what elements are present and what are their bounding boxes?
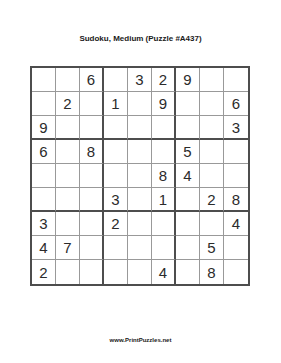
sudoku-cell-r9c6: 4 xyxy=(152,260,176,284)
sudoku-cell-r1c4 xyxy=(104,68,128,92)
sudoku-cell-r9c3 xyxy=(80,260,104,284)
sudoku-cell-r8c2: 7 xyxy=(56,236,80,260)
sudoku-cell-r9c4 xyxy=(104,260,128,284)
sudoku-cell-r4c7: 5 xyxy=(176,140,200,164)
sudoku-cell-r9c7 xyxy=(176,260,200,284)
sudoku-cell-r9c8: 8 xyxy=(200,260,224,284)
sudoku-cell-r2c1 xyxy=(32,92,56,116)
sudoku-cell-r7c8 xyxy=(200,212,224,236)
sudoku-cell-r9c9 xyxy=(224,260,248,284)
sudoku-cell-r2c6: 9 xyxy=(152,92,176,116)
sudoku-cell-r7c5 xyxy=(128,212,152,236)
sudoku-cell-r5c2 xyxy=(56,164,80,188)
sudoku-cell-r3c1: 9 xyxy=(32,116,56,140)
sudoku-cell-r8c6 xyxy=(152,236,176,260)
sudoku-cell-r3c2 xyxy=(56,116,80,140)
sudoku-cell-r6c9: 8 xyxy=(224,188,248,212)
sudoku-cell-r7c7 xyxy=(176,212,200,236)
sudoku-cell-r2c4: 1 xyxy=(104,92,128,116)
sudoku-cell-r1c8 xyxy=(200,68,224,92)
sudoku-cell-r4c9 xyxy=(224,140,248,164)
sudoku-cell-r1c7: 9 xyxy=(176,68,200,92)
sudoku-cell-r5c3 xyxy=(80,164,104,188)
sudoku-cell-r1c2 xyxy=(56,68,80,92)
sudoku-cell-r8c8: 5 xyxy=(200,236,224,260)
footer-url: www.PrintPuzzles.net xyxy=(0,337,281,343)
sudoku-cell-r7c3 xyxy=(80,212,104,236)
sudoku-cell-r9c5 xyxy=(128,260,152,284)
sudoku-cell-r3c4 xyxy=(104,116,128,140)
sudoku-cell-r3c5 xyxy=(128,116,152,140)
sudoku-cell-r2c8 xyxy=(200,92,224,116)
sudoku-cell-r3c3 xyxy=(80,116,104,140)
sudoku-cell-r8c3 xyxy=(80,236,104,260)
sudoku-cell-r2c7 xyxy=(176,92,200,116)
sudoku-cell-r5c8 xyxy=(200,164,224,188)
sudoku-grid: 6329219693685843128324475248 xyxy=(30,66,250,286)
sudoku-cell-r5c5 xyxy=(128,164,152,188)
sudoku-cell-r5c6: 8 xyxy=(152,164,176,188)
sudoku-cell-r4c5 xyxy=(128,140,152,164)
sudoku-cell-r8c1: 4 xyxy=(32,236,56,260)
sudoku-cell-r1c1 xyxy=(32,68,56,92)
sudoku-cell-r7c4: 2 xyxy=(104,212,128,236)
sudoku-cell-r6c8: 2 xyxy=(200,188,224,212)
sudoku-cell-r5c1 xyxy=(32,164,56,188)
sudoku-cell-r1c5: 3 xyxy=(128,68,152,92)
sudoku-cell-r5c4 xyxy=(104,164,128,188)
sudoku-cell-r1c3: 6 xyxy=(80,68,104,92)
sudoku-cell-r8c9 xyxy=(224,236,248,260)
sudoku-page: Sudoku, Medium (Puzzle #A437) 6329219693… xyxy=(0,0,281,363)
sudoku-cell-r6c5 xyxy=(128,188,152,212)
sudoku-cell-r9c1: 2 xyxy=(32,260,56,284)
sudoku-cell-r4c3: 8 xyxy=(80,140,104,164)
sudoku-cell-r4c2 xyxy=(56,140,80,164)
sudoku-cell-r8c5 xyxy=(128,236,152,260)
puzzle-title: Sudoku, Medium (Puzzle #A437) xyxy=(0,34,281,43)
sudoku-cell-r2c9: 6 xyxy=(224,92,248,116)
sudoku-cell-r6c3 xyxy=(80,188,104,212)
sudoku-cell-r4c8 xyxy=(200,140,224,164)
sudoku-cell-r6c6: 1 xyxy=(152,188,176,212)
sudoku-cell-r2c2: 2 xyxy=(56,92,80,116)
sudoku-cell-r8c4 xyxy=(104,236,128,260)
sudoku-cell-r1c9 xyxy=(224,68,248,92)
sudoku-cell-r7c9: 4 xyxy=(224,212,248,236)
sudoku-cell-r5c7: 4 xyxy=(176,164,200,188)
sudoku-cell-r4c4 xyxy=(104,140,128,164)
sudoku-cell-r2c5 xyxy=(128,92,152,116)
sudoku-cell-r3c9: 3 xyxy=(224,116,248,140)
sudoku-cell-r6c1 xyxy=(32,188,56,212)
sudoku-cell-r7c2 xyxy=(56,212,80,236)
sudoku-cell-r4c1: 6 xyxy=(32,140,56,164)
sudoku-cell-r5c9 xyxy=(224,164,248,188)
sudoku-cell-r3c7 xyxy=(176,116,200,140)
sudoku-cell-r6c7 xyxy=(176,188,200,212)
sudoku-cell-r1c6: 2 xyxy=(152,68,176,92)
sudoku-cell-r3c8 xyxy=(200,116,224,140)
sudoku-cell-r7c6 xyxy=(152,212,176,236)
sudoku-cell-r6c2 xyxy=(56,188,80,212)
sudoku-cell-r8c7 xyxy=(176,236,200,260)
sudoku-cell-r2c3 xyxy=(80,92,104,116)
sudoku-cell-r4c6 xyxy=(152,140,176,164)
sudoku-cell-r9c2 xyxy=(56,260,80,284)
sudoku-cell-r7c1: 3 xyxy=(32,212,56,236)
sudoku-cell-r6c4: 3 xyxy=(104,188,128,212)
sudoku-cell-r3c6 xyxy=(152,116,176,140)
